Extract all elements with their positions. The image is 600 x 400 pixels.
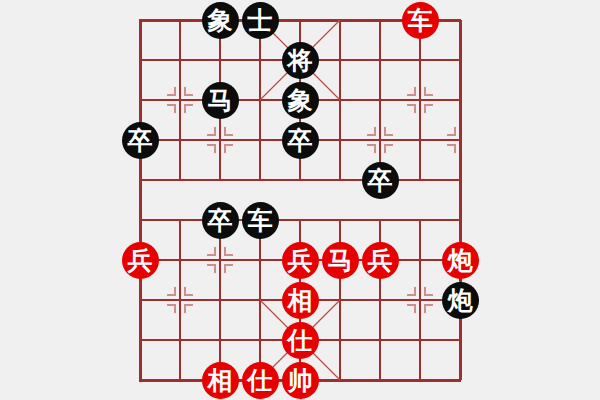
intersection[interactable] (120, 320, 160, 360)
intersection[interactable]: 马 (320, 240, 360, 280)
intersection[interactable] (440, 40, 480, 80)
intersection[interactable] (200, 40, 240, 80)
intersection[interactable] (200, 120, 240, 160)
intersection[interactable] (160, 160, 200, 200)
intersection[interactable] (120, 40, 160, 80)
intersection[interactable] (360, 320, 400, 360)
intersection[interactable] (320, 160, 360, 200)
intersection[interactable] (320, 0, 360, 40)
intersection[interactable] (360, 200, 400, 240)
intersection[interactable]: 车 (400, 0, 440, 40)
intersection[interactable] (360, 360, 400, 400)
intersection[interactable] (440, 160, 480, 200)
piece-black-soldier[interactable]: 卒 (362, 162, 399, 199)
intersection[interactable] (200, 160, 240, 200)
intersection[interactable] (200, 320, 240, 360)
piece-black-soldier[interactable]: 卒 (122, 122, 159, 159)
intersection[interactable] (240, 40, 280, 80)
intersection[interactable] (440, 360, 480, 400)
intersection[interactable] (360, 40, 400, 80)
piece-red-cannon[interactable]: 炮 (442, 242, 479, 279)
intersection[interactable] (160, 240, 200, 280)
intersection[interactable] (240, 80, 280, 120)
intersection[interactable] (160, 200, 200, 240)
intersection[interactable] (400, 200, 440, 240)
intersection[interactable] (120, 80, 160, 120)
piece-black-chariot[interactable]: 车 (242, 202, 279, 239)
intersection[interactable]: 仕 (240, 360, 280, 400)
intersection[interactable] (280, 200, 320, 240)
intersection[interactable] (320, 320, 360, 360)
intersection[interactable] (240, 120, 280, 160)
intersection[interactable]: 卒 (120, 120, 160, 160)
intersection[interactable] (280, 0, 320, 40)
intersection[interactable] (400, 120, 440, 160)
intersection[interactable]: 仕 (280, 320, 320, 360)
intersection[interactable] (160, 40, 200, 80)
piece-red-general[interactable]: 帅 (282, 362, 319, 399)
intersection[interactable] (120, 360, 160, 400)
intersection[interactable] (160, 120, 200, 160)
intersection[interactable]: 卒 (200, 200, 240, 240)
intersection[interactable] (320, 280, 360, 320)
piece-red-advisor[interactable]: 仕 (282, 322, 319, 359)
intersection[interactable] (440, 80, 480, 120)
intersection[interactable]: 马 (200, 80, 240, 120)
intersection[interactable] (400, 80, 440, 120)
intersection[interactable]: 帅 (280, 360, 320, 400)
piece-red-horse[interactable]: 马 (322, 242, 359, 279)
intersection[interactable] (120, 200, 160, 240)
piece-red-elephant[interactable]: 相 (202, 362, 239, 399)
piece-black-cannon[interactable]: 炮 (442, 282, 479, 319)
intersection[interactable]: 士 (240, 0, 280, 40)
intersection[interactable] (360, 280, 400, 320)
intersection[interactable] (320, 120, 360, 160)
intersection[interactable] (200, 280, 240, 320)
intersection[interactable] (160, 0, 200, 40)
intersection[interactable]: 卒 (280, 120, 320, 160)
piece-red-soldier[interactable]: 兵 (122, 242, 159, 279)
intersection[interactable] (120, 280, 160, 320)
intersection[interactable] (160, 320, 200, 360)
intersection[interactable] (440, 0, 480, 40)
intersection[interactable] (240, 280, 280, 320)
intersection[interactable] (160, 80, 200, 120)
intersection[interactable] (400, 40, 440, 80)
piece-black-elephant[interactable]: 象 (202, 2, 239, 39)
intersection[interactable]: 炮 (440, 280, 480, 320)
piece-red-chariot[interactable]: 车 (402, 2, 439, 39)
intersection[interactable] (440, 120, 480, 160)
intersection[interactable] (120, 160, 160, 200)
piece-red-advisor[interactable]: 仕 (242, 362, 279, 399)
intersection[interactable]: 兵 (280, 240, 320, 280)
piece-black-general[interactable]: 将 (282, 42, 319, 79)
intersection[interactable] (400, 280, 440, 320)
intersection[interactable] (240, 240, 280, 280)
intersection[interactable] (320, 40, 360, 80)
intersection[interactable]: 车 (240, 200, 280, 240)
intersection[interactable]: 炮 (440, 240, 480, 280)
intersection[interactable] (280, 160, 320, 200)
intersection[interactable] (400, 240, 440, 280)
intersection[interactable]: 相 (200, 360, 240, 400)
intersection[interactable]: 将 (280, 40, 320, 80)
intersection[interactable] (320, 200, 360, 240)
intersection[interactable] (400, 320, 440, 360)
piece-black-soldier[interactable]: 卒 (282, 122, 319, 159)
piece-black-advisor[interactable]: 士 (242, 2, 279, 39)
xiangqi-app: 象士车将马象卒卒卒卒车兵兵马兵炮相炮仕相仕帅 (0, 0, 600, 400)
intersection[interactable]: 象 (280, 80, 320, 120)
piece-red-soldier[interactable]: 兵 (282, 242, 319, 279)
intersection[interactable] (440, 320, 480, 360)
intersection[interactable]: 相 (280, 280, 320, 320)
intersection[interactable] (240, 160, 280, 200)
intersection[interactable] (160, 280, 200, 320)
intersection[interactable] (360, 80, 400, 120)
piece-red-elephant[interactable]: 相 (282, 282, 319, 319)
xiangqi-board: 象士车将马象卒卒卒卒车兵兵马兵炮相炮仕相仕帅 (120, 0, 480, 400)
intersection[interactable]: 卒 (360, 160, 400, 200)
intersection[interactable] (360, 120, 400, 160)
intersection[interactable] (120, 0, 160, 40)
intersection[interactable]: 象 (200, 0, 240, 40)
intersection[interactable] (160, 360, 200, 400)
intersection[interactable] (320, 360, 360, 400)
intersection[interactable]: 兵 (120, 240, 160, 280)
intersection[interactable] (400, 160, 440, 200)
intersection[interactable] (400, 360, 440, 400)
intersection[interactable] (240, 320, 280, 360)
intersection[interactable]: 兵 (360, 240, 400, 280)
piece-black-elephant[interactable]: 象 (282, 82, 319, 119)
intersection[interactable] (440, 200, 480, 240)
intersection[interactable] (360, 0, 400, 40)
piece-black-soldier[interactable]: 卒 (202, 202, 239, 239)
piece-red-soldier[interactable]: 兵 (362, 242, 399, 279)
intersection[interactable] (200, 240, 240, 280)
piece-black-horse[interactable]: 马 (202, 82, 239, 119)
intersection[interactable] (320, 80, 360, 120)
